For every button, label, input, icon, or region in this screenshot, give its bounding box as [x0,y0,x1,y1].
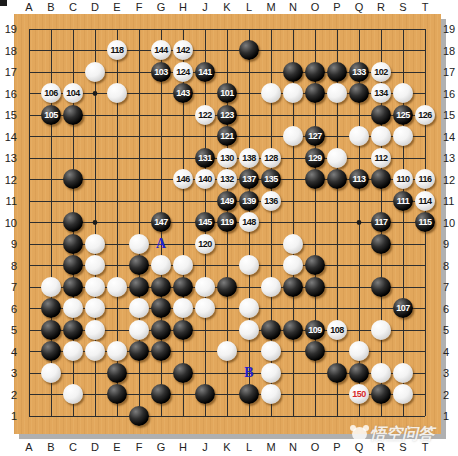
white-stone-E18: 118 [107,40,127,60]
coord-label: P [327,1,347,13]
coord-label: 8 [0,260,17,272]
white-stone-T12: 116 [415,169,435,189]
white-stone-F9 [129,234,149,254]
white-stone-J12: 140 [195,169,215,189]
white-stone-K12: 132 [217,169,237,189]
black-stone-G10: 147 [151,212,171,232]
white-stone-B7 [41,277,61,297]
white-stone-H17: 124 [173,62,193,82]
white-stone-E7 [107,277,127,297]
coord-label: H [173,1,193,13]
coord-label: 19 [0,23,17,35]
coord-label: 1 [443,410,458,422]
white-stone-E4 [107,341,127,361]
coord-label: 13 [0,152,17,164]
white-stone-G18: 144 [151,40,171,60]
coord-label: L [239,441,259,453]
white-stone-H18: 142 [173,40,193,60]
coord-label: R [371,1,391,13]
white-stone-P5: 108 [327,320,347,340]
white-stone-C6 [63,298,83,318]
white-stone-J9: 120 [195,234,215,254]
white-stone-N8 [283,255,303,275]
black-stone-P3 [327,363,347,383]
white-stone-F5 [129,320,149,340]
black-stone-G2 [151,384,171,404]
black-stone-O13: 129 [305,148,325,168]
black-stone-J2 [195,384,215,404]
white-stone-K13: 130 [217,148,237,168]
black-stone-O8 [305,255,325,275]
coord-label: Q [349,1,369,13]
coord-label: H [173,441,193,453]
white-stone-Q14 [349,126,369,146]
black-stone-K11: 149 [217,191,237,211]
stones-grid: 1181441421031241411331021061041431011341… [18,18,436,427]
coord-label: 10 [443,217,458,229]
white-stone-M4 [261,341,281,361]
black-stone-C12 [63,169,83,189]
coord-label: Q [349,441,369,453]
black-stone-B15: 105 [41,105,61,125]
coord-label: 4 [443,346,458,358]
black-stone-H7 [173,277,193,297]
coord-label: 16 [0,88,17,100]
coord-label: F [129,1,149,13]
coord-label: 11 [443,195,458,207]
white-stone-M3 [261,363,281,383]
black-stone-S6: 107 [393,298,413,318]
black-stone-N5 [283,320,303,340]
coord-label: 17 [0,66,17,78]
white-stone-D5 [85,320,105,340]
coord-label: 8 [443,260,458,272]
white-stone-J15: 122 [195,105,215,125]
black-stone-S15: 125 [393,105,413,125]
coord-label: 7 [443,281,458,293]
coord-label: 9 [443,238,458,250]
black-stone-Q12: 113 [349,169,369,189]
white-stone-T15: 126 [415,105,435,125]
coord-label: 13 [443,152,458,164]
white-stone-R13: 112 [371,148,391,168]
black-stone-H5 [173,320,193,340]
black-stone-O17 [305,62,325,82]
black-stone-L18 [239,40,259,60]
coord-label: 18 [0,45,17,57]
black-stone-Q3 [349,363,369,383]
coord-label: B [41,441,61,453]
coord-label: 4 [0,346,17,358]
black-stone-F1 [129,406,149,426]
white-stone-M16 [261,83,281,103]
black-stone-K15: 123 [217,105,237,125]
white-stone-H6 [173,298,193,318]
black-stone-R12 [371,169,391,189]
black-stone-R7 [371,277,391,297]
coord-label: 16 [443,88,458,100]
white-stone-J7 [195,277,215,297]
white-stone-S14 [393,126,413,146]
coord-label: G [151,441,171,453]
coord-label: O [305,441,325,453]
black-stone-P17 [327,62,347,82]
white-stone-S3 [393,363,413,383]
white-stone-H8 [173,255,193,275]
coord-label: 18 [443,45,458,57]
black-stone-L12: 137 [239,169,259,189]
coord-label: N [283,441,303,453]
black-stone-C15 [63,105,83,125]
coord-label: 7 [0,281,17,293]
coord-label: 3 [0,367,17,379]
coord-label: 9 [0,238,17,250]
coord-label: 6 [443,303,458,315]
black-stone-O4 [305,341,325,361]
black-stone-G4 [151,341,171,361]
coord-label: T [415,441,435,453]
coord-label: 5 [443,324,458,336]
black-stone-G5 [151,320,171,340]
white-stone-M2 [261,384,281,404]
white-stone-S16 [393,83,413,103]
coord-label: A [19,1,39,13]
black-stone-Q16 [349,83,369,103]
coord-label: 19 [443,23,458,35]
black-stone-C9 [63,234,83,254]
black-stone-P12 [327,169,347,189]
white-stone-D9 [85,234,105,254]
go-board-diagram: 1181441421031241411331021061041431011341… [0,0,458,456]
black-stone-Q17: 133 [349,62,369,82]
black-stone-E3 [107,363,127,383]
white-stone-D17 [85,62,105,82]
white-stone-D4 [85,341,105,361]
black-stone-R10: 117 [371,212,391,232]
white-stone-R14 [371,126,391,146]
coord-label: E [107,1,127,13]
coord-label: K [217,441,237,453]
white-stone-S2 [393,384,413,404]
white-stone-M13: 128 [261,148,281,168]
coord-label: 2 [0,389,17,401]
black-stone-B5 [41,320,61,340]
coord-label: 17 [443,66,458,78]
white-stone-L8 [239,255,259,275]
letter-mark-A: A [151,234,171,254]
coord-label: 14 [443,131,458,143]
coord-label: J [195,441,215,453]
black-stone-B6 [41,298,61,318]
black-stone-M5 [261,320,281,340]
black-stone-N17 [283,62,303,82]
black-stone-O14: 127 [305,126,325,146]
black-stone-O12 [305,169,325,189]
black-stone-F7 [129,277,149,297]
coord-label: C [63,441,83,453]
coord-label: 5 [0,324,17,336]
coord-label: 14 [0,131,17,143]
black-stone-H3 [173,363,193,383]
white-stone-Q2: 150 [349,384,369,404]
black-stone-R2 [371,384,391,404]
black-stone-K7 [217,277,237,297]
white-stone-C16: 104 [63,83,83,103]
white-stone-S12: 110 [393,169,413,189]
black-stone-K14: 121 [217,126,237,146]
black-stone-L11: 139 [239,191,259,211]
coord-label: J [195,1,215,13]
white-stone-E16 [107,83,127,103]
coord-label: 6 [0,303,17,315]
coord-label: O [305,1,325,13]
white-stone-M11: 136 [261,191,281,211]
white-stone-N16 [283,83,303,103]
white-stone-K4 [217,341,237,361]
coord-label: M [261,1,281,13]
black-stone-G7 [151,277,171,297]
white-stone-B16: 106 [41,83,61,103]
coord-label: S [393,441,413,453]
black-stone-O5: 109 [305,320,325,340]
black-stone-S11: 111 [393,191,413,211]
black-stone-H16: 143 [173,83,193,103]
white-stone-T11: 114 [415,191,435,211]
letter-mark-B: B [239,363,259,383]
coord-label: A [19,441,39,453]
white-stone-L13: 138 [239,148,259,168]
screenshot-corner-artifact [0,0,7,6]
white-stone-N14 [283,126,303,146]
white-stone-D6 [85,298,105,318]
black-stone-F4 [129,341,149,361]
coord-label: D [85,1,105,13]
black-stone-E2 [107,384,127,404]
coord-label: 12 [443,174,458,186]
black-stone-M12: 135 [261,169,281,189]
coord-label: C [63,1,83,13]
coord-label: 15 [0,109,17,121]
white-stone-C2 [63,384,83,404]
coord-label: K [217,1,237,13]
white-stone-D8 [85,255,105,275]
coord-label: 1 [0,410,17,422]
white-stone-B3 [41,363,61,383]
black-stone-G6 [151,298,171,318]
go-board: 1181441421031241411331021061041431011341… [14,14,441,434]
black-stone-F8 [129,255,149,275]
coord-label: 12 [0,174,17,186]
coord-label: G [151,1,171,13]
white-stone-M7 [261,277,281,297]
white-stone-R16: 134 [371,83,391,103]
white-stone-H12: 146 [173,169,193,189]
coord-label: T [415,1,435,13]
black-stone-J13: 131 [195,148,215,168]
black-stone-C8 [63,255,83,275]
white-stone-J6 [195,298,215,318]
black-stone-B4 [41,341,61,361]
white-stone-L5 [239,320,259,340]
coord-label: D [85,441,105,453]
white-stone-P13 [327,148,347,168]
white-stone-G8 [151,255,171,275]
coord-label: 10 [0,217,17,229]
coord-label: N [283,1,303,13]
coord-label: 15 [443,109,458,121]
black-stone-G17: 103 [151,62,171,82]
black-stone-J17: 141 [195,62,215,82]
white-stone-L6 [239,298,259,318]
coord-label: M [261,441,281,453]
black-stone-K10: 119 [217,212,237,232]
coord-label: L [239,1,259,13]
coord-label: 11 [0,195,17,207]
black-stone-C10 [63,212,83,232]
black-stone-K16: 101 [217,83,237,103]
coord-label: E [107,441,127,453]
black-stone-T10: 115 [415,212,435,232]
black-stone-J10: 145 [195,212,215,232]
white-stone-D7 [85,277,105,297]
white-stone-R17: 102 [371,62,391,82]
white-stone-R5 [371,320,391,340]
coord-label: B [41,1,61,13]
white-stone-R3 [371,363,391,383]
black-stone-L2 [239,384,259,404]
white-stone-L10: 148 [239,212,259,232]
coord-label: R [371,441,391,453]
black-stone-O16 [305,83,325,103]
white-stone-C4 [63,341,83,361]
white-stone-Q4 [349,341,369,361]
coord-label: F [129,441,149,453]
black-stone-N7 [283,277,303,297]
black-stone-C7 [63,277,83,297]
white-stone-P16 [327,83,347,103]
coord-label: P [327,441,347,453]
black-stone-R15 [371,105,391,125]
coord-label: 3 [443,367,458,379]
coord-label: S [393,1,413,13]
black-stone-C5 [63,320,83,340]
white-stone-F6 [129,298,149,318]
black-stone-O7 [305,277,325,297]
black-stone-R9 [371,234,391,254]
white-stone-N9 [283,234,303,254]
coord-label: 2 [443,389,458,401]
